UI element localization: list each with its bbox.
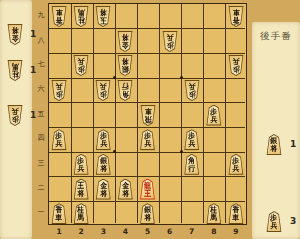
board-cell-3五[interactable] [92, 102, 114, 126]
board-cell-4九[interactable] [114, 3, 136, 27]
board-cell-9八[interactable] [225, 28, 247, 52]
turn-indicator: 後手番 [253, 30, 299, 43]
file-label: 9 [229, 227, 243, 236]
board-cell-8四[interactable] [203, 126, 225, 150]
board-cell-5三[interactable] [136, 151, 158, 175]
sente-hand-count: 1 [30, 110, 36, 120]
gote-hand-stand [252, 22, 300, 239]
rank-label: 一 [35, 208, 47, 217]
board-cell-3八[interactable] [92, 28, 114, 52]
board-cell-1三[interactable] [48, 151, 70, 175]
board-cell-8六[interactable] [203, 77, 225, 101]
board-cell-3七[interactable] [92, 52, 114, 76]
board-cell-6四[interactable] [159, 126, 181, 150]
board-cell-8九[interactable] [203, 3, 225, 27]
board-cell-9二[interactable] [225, 176, 247, 200]
board-cell-9五[interactable] [225, 102, 247, 126]
board-cell-6七[interactable] [159, 52, 181, 76]
board-cell-1二[interactable] [48, 176, 70, 200]
board-cell-9四[interactable] [225, 126, 247, 150]
shogi-app: 後手番 香車桂馬玉将香車金将歩兵歩兵銀将歩兵歩兵歩兵角行歩兵飛車歩兵歩兵歩兵歩兵… [0, 0, 300, 239]
board-cell-7九[interactable] [181, 3, 203, 27]
board-cell-7七[interactable] [181, 52, 203, 76]
board-cell-4四[interactable] [114, 126, 136, 150]
file-label: 1 [52, 227, 66, 236]
sente-hand-count: 1 [30, 65, 36, 75]
board-cell-6二[interactable] [159, 176, 181, 200]
board-cell-6六[interactable] [159, 77, 181, 101]
board-cell-2八[interactable] [70, 28, 92, 52]
board-cell-9六[interactable] [225, 77, 247, 101]
rank-label: 四 [35, 134, 47, 143]
board-cell-7五[interactable] [181, 102, 203, 126]
board-cell-4五[interactable] [114, 102, 136, 126]
board-cell-1八[interactable] [48, 28, 70, 52]
board-cell-3一[interactable] [92, 200, 114, 224]
file-label: 3 [96, 227, 110, 236]
board-cell-6五[interactable] [159, 102, 181, 126]
board-cell-5六[interactable] [136, 77, 158, 101]
board-cell-7二[interactable] [181, 176, 203, 200]
board-cell-4一[interactable] [114, 200, 136, 224]
board-cell-7八[interactable] [181, 28, 203, 52]
file-label: 2 [74, 227, 88, 236]
board-cell-8三[interactable] [203, 151, 225, 175]
board-cell-2四[interactable] [70, 126, 92, 150]
rank-label: 七 [35, 60, 47, 69]
board-cell-8八[interactable] [203, 28, 225, 52]
rank-label: 八 [35, 36, 47, 45]
rank-label: 三 [35, 159, 47, 168]
board-cell-6九[interactable] [159, 3, 181, 27]
board-cell-8七[interactable] [203, 52, 225, 76]
board-cell-4三[interactable] [114, 151, 136, 175]
file-label: 7 [185, 227, 199, 236]
board-cell-1七[interactable] [48, 52, 70, 76]
gote-hand-count: 1 [290, 139, 296, 149]
file-label: 4 [118, 227, 132, 236]
file-label: 8 [207, 227, 221, 236]
board-cell-2六[interactable] [70, 77, 92, 101]
sente-hand-count: 1 [30, 29, 36, 39]
board-cell-6一[interactable] [159, 200, 181, 224]
rank-label: 五 [35, 110, 47, 119]
board-cell-7一[interactable] [181, 200, 203, 224]
rank-label: 九 [35, 11, 47, 20]
gote-hand-count: 3 [290, 216, 296, 226]
board-cell-5九[interactable] [136, 3, 158, 27]
file-label: 5 [141, 227, 155, 236]
rank-label: 二 [35, 184, 47, 193]
board-cell-1五[interactable] [48, 102, 70, 126]
board-cell-2五[interactable] [70, 102, 92, 126]
board-cell-8二[interactable] [203, 176, 225, 200]
rank-label: 六 [35, 85, 47, 94]
board-cell-5八[interactable] [136, 28, 158, 52]
file-label: 6 [163, 227, 177, 236]
board-cell-6三[interactable] [159, 151, 181, 175]
board-cell-5七[interactable] [136, 52, 158, 76]
